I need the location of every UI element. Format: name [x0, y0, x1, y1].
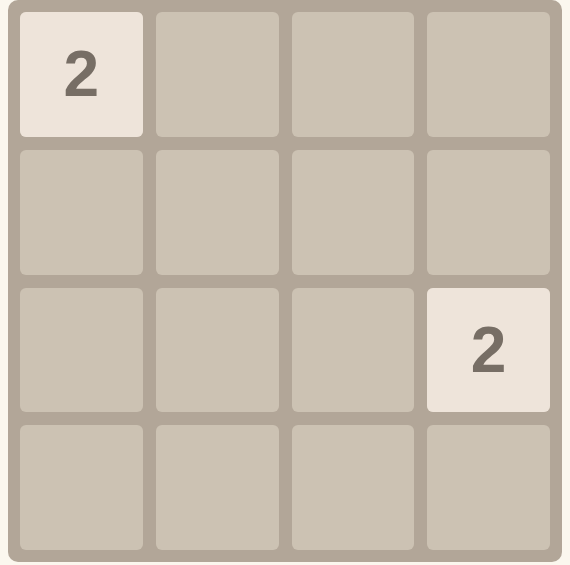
cell-r0c2 [292, 12, 415, 137]
cell-r3c3 [427, 425, 550, 550]
cell-r1c0 [20, 150, 143, 275]
cell-r3c0 [20, 425, 143, 550]
cell-r1c2 [292, 150, 415, 275]
cell-r0c0: 2 [20, 12, 143, 137]
tile-2-r2c3: 2 [427, 288, 550, 413]
cell-r2c1 [156, 288, 279, 413]
cell-r0c3 [427, 12, 550, 137]
cell-r3c1 [156, 425, 279, 550]
tile-2-r0c0: 2 [20, 12, 143, 137]
cell-r2c2 [292, 288, 415, 413]
cell-r3c2 [292, 425, 415, 550]
board-2048[interactable]: 22 [8, 0, 562, 562]
cell-r1c1 [156, 150, 279, 275]
cell-r2c0 [20, 288, 143, 413]
cell-r0c1 [156, 12, 279, 137]
cell-r1c3 [427, 150, 550, 275]
cell-r2c3: 2 [427, 288, 550, 413]
